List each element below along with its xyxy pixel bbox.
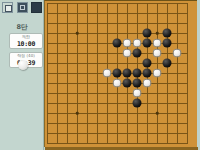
black-stone [163, 59, 172, 68]
black-stone [143, 59, 152, 68]
black-stone [123, 79, 132, 88]
gear-icon [20, 5, 25, 10]
player-rank-label: 8단 [0, 23, 44, 32]
white-stone [123, 49, 132, 58]
black-stone [143, 29, 152, 38]
board-bottom-edge [45, 147, 198, 150]
black-stone [133, 49, 142, 58]
black-stone [143, 39, 152, 48]
star-point [156, 32, 159, 35]
black-stone [143, 69, 152, 78]
star-point [156, 112, 159, 115]
toolbar-button-1[interactable] [2, 2, 13, 13]
white-stone [103, 69, 112, 78]
omok-app-window: 8단 제한 10:00 착점 (40) 09:39 [0, 0, 200, 150]
white-stone [123, 39, 132, 48]
black-stone [133, 99, 142, 108]
main-time-box: 제한 10:00 [9, 33, 43, 49]
black-stone [163, 29, 172, 38]
toolbar-button-2[interactable] [17, 2, 28, 13]
game-board[interactable] [44, 0, 197, 147]
black-stone [113, 39, 122, 48]
white-stone [153, 39, 162, 48]
star-point [76, 32, 79, 35]
white-stone [153, 49, 162, 58]
white-stone [133, 89, 142, 98]
board-grid[interactable] [47, 3, 188, 144]
white-stone [173, 49, 182, 58]
black-stone [113, 69, 122, 78]
main-time-value: 10:00 [10, 40, 42, 48]
square-outline-icon [5, 5, 12, 12]
sidebar: 8단 제한 10:00 착점 (40) 09:39 [0, 0, 44, 150]
toolbar-button-3[interactable] [31, 2, 42, 13]
star-point [76, 112, 79, 115]
black-stone [133, 79, 142, 88]
white-stone [153, 69, 162, 78]
white-stone [143, 79, 152, 88]
black-stone [133, 69, 142, 78]
black-stone [123, 69, 132, 78]
white-stone [133, 39, 142, 48]
black-stone [163, 39, 172, 48]
white-stone [113, 79, 122, 88]
turn-indicator-white-stone [18, 60, 28, 70]
